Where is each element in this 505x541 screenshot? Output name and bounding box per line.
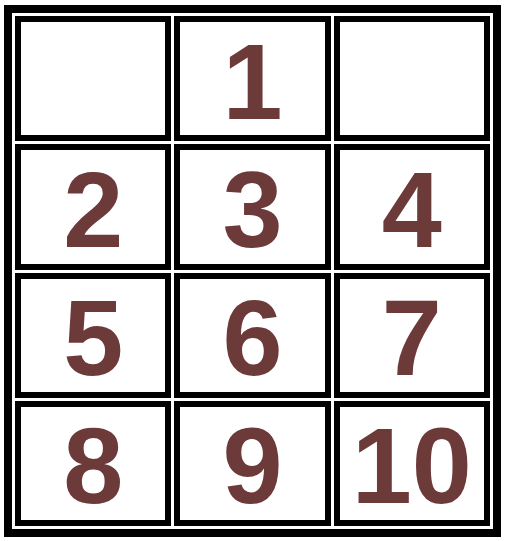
grid-cell-r1c3[interactable] bbox=[334, 16, 490, 141]
grid-cell-r3c2[interactable]: 6 bbox=[174, 273, 330, 398]
grid-cell-r2c2[interactable]: 3 bbox=[174, 144, 330, 269]
grid-cell-r2c1[interactable]: 2 bbox=[15, 144, 171, 269]
grid-cell-r1c1[interactable] bbox=[15, 16, 171, 141]
board-frame: 1 2 3 4 5 6 7 8 9 10 bbox=[4, 5, 501, 537]
number-grid: 1 2 3 4 5 6 7 8 9 10 bbox=[15, 16, 490, 526]
grid-cell-r1c2[interactable]: 1 bbox=[174, 16, 330, 141]
grid-cell-r4c3[interactable]: 10 bbox=[334, 401, 490, 526]
grid-cell-r3c3[interactable]: 7 bbox=[334, 273, 490, 398]
grid-cell-r2c3[interactable]: 4 bbox=[334, 144, 490, 269]
grid-cell-r4c2[interactable]: 9 bbox=[174, 401, 330, 526]
grid-cell-r3c1[interactable]: 5 bbox=[15, 273, 171, 398]
grid-cell-r4c1[interactable]: 8 bbox=[15, 401, 171, 526]
